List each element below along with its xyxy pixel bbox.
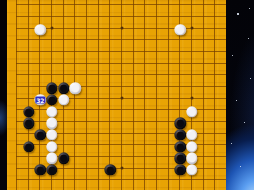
star-point [120, 27, 123, 30]
white-stone: ● [175, 24, 186, 35]
grid-line [16, 16, 226, 17]
star [249, 8, 250, 9]
star [244, 122, 245, 123]
grid-line [168, 0, 169, 190]
star-point [120, 167, 123, 170]
white-stone: ● [46, 153, 57, 164]
grid-line [16, 4, 226, 5]
white-stone: ● [70, 83, 81, 94]
black-stone: ● [175, 129, 186, 140]
space-background-left [0, 0, 7, 190]
black-stone: ● [46, 83, 57, 94]
black-stone: ● [175, 118, 186, 129]
grid-line [86, 0, 87, 190]
black-stone: ● [46, 94, 57, 105]
space-background-right [226, 0, 254, 190]
grid-line [109, 0, 110, 190]
star-point [190, 27, 193, 30]
black-stone: ● [175, 164, 186, 175]
white-stone: ● [186, 164, 197, 175]
grid-line [203, 0, 204, 190]
black-stone: ● [23, 106, 34, 117]
grid-line [156, 0, 157, 190]
star [237, 13, 239, 15]
move-number-marker: 32 [36, 97, 45, 104]
go-board[interactable]: ●●●●●●●●●●●●●●●●●●●●●●●●●●●●●●●32 [7, 0, 227, 190]
white-stone: ● [46, 141, 57, 152]
black-stone: ● [175, 153, 186, 164]
black-stone: ● [175, 141, 186, 152]
grid-line [28, 0, 29, 190]
go-game-screenshot: ●●●●●●●●●●●●●●●●●●●●●●●●●●●●●●●32 [0, 0, 254, 190]
star-point [120, 97, 123, 100]
black-stone: ● [46, 164, 57, 175]
grid-line [16, 179, 226, 180]
star [248, 38, 249, 39]
star [231, 143, 232, 144]
grid-line [133, 0, 134, 190]
grid-line [144, 0, 145, 190]
black-stone: ● [58, 153, 69, 164]
black-stone: ● [58, 83, 69, 94]
grid-line [214, 0, 215, 190]
white-stone: ● [186, 153, 197, 164]
white-stone: ● [186, 141, 197, 152]
grid-line [16, 51, 226, 52]
grid-line [16, 39, 226, 40]
white-stone: ● [35, 24, 46, 35]
white-stone: ● [186, 129, 197, 140]
star [240, 166, 241, 167]
black-stone: ● [35, 129, 46, 140]
star [250, 78, 251, 79]
black-stone: ● [23, 141, 34, 152]
black-stone: ● [105, 164, 116, 175]
grid-line [74, 0, 75, 190]
white-stone: ● [46, 106, 57, 117]
white-stone: ● [46, 129, 57, 140]
star-point [190, 97, 193, 100]
white-stone: ● [58, 94, 69, 105]
black-stone: ● [35, 164, 46, 175]
grid-line [16, 74, 226, 75]
star [232, 55, 233, 56]
white-stone: ● [186, 106, 197, 117]
star-point [50, 27, 53, 30]
black-stone: ● [23, 118, 34, 129]
grid-line [16, 0, 17, 190]
grid-line [16, 63, 226, 64]
star [236, 100, 237, 101]
grid-line [98, 0, 99, 190]
white-stone: ● [46, 118, 57, 129]
